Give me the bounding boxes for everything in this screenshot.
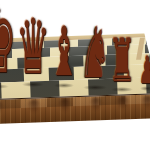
piece-rook: ♜ <box>109 30 136 90</box>
piece-reflection <box>89 97 103 111</box>
piece-bishop: ♝ <box>49 18 79 86</box>
piece-knight: ♞ <box>79 18 110 88</box>
board-front-frame <box>0 93 150 124</box>
piece-reflection <box>116 96 130 110</box>
piece-queen: ♛ <box>16 9 50 85</box>
piece-reflection <box>58 98 72 112</box>
piece-reflection <box>141 95 150 109</box>
piece-pawn: ♟ <box>138 51 150 89</box>
chess-set-photo: ♚ ♛ ♝ ♞ ♜ ♟ <box>0 0 150 150</box>
piece-king: ♚ <box>0 0 17 87</box>
piece-reflection <box>27 99 41 113</box>
